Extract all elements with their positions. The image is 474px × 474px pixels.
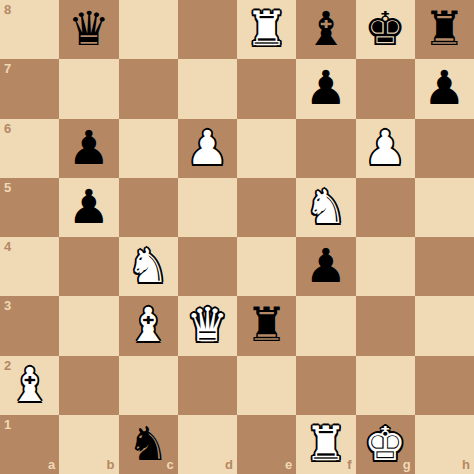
square-c6[interactable] — [119, 119, 178, 178]
square-h4[interactable] — [415, 237, 474, 296]
square-b3[interactable] — [59, 296, 118, 355]
square-a6[interactable]: 6 — [0, 119, 59, 178]
square-e1[interactable]: e — [237, 415, 296, 474]
square-g7[interactable] — [356, 59, 415, 118]
piece-black-pawn-f4[interactable]: ♟ — [305, 242, 347, 289]
square-a4[interactable]: 4 — [0, 237, 59, 296]
file-label-h: h — [462, 458, 470, 471]
square-d4[interactable] — [178, 237, 237, 296]
square-h8[interactable]: ♜ — [415, 0, 474, 59]
square-d7[interactable] — [178, 59, 237, 118]
square-f6[interactable] — [296, 119, 355, 178]
square-c2[interactable] — [119, 356, 178, 415]
square-b5[interactable]: ♟ — [59, 178, 118, 237]
rank-label-8: 8 — [4, 3, 11, 16]
piece-black-pawn-h7[interactable]: ♟ — [423, 64, 465, 111]
square-c3[interactable]: ♝ — [119, 296, 178, 355]
piece-white-rook-f1[interactable]: ♜ — [305, 420, 347, 467]
file-label-a: a — [48, 458, 55, 471]
square-h7[interactable]: ♟ — [415, 59, 474, 118]
piece-black-pawn-b6[interactable]: ♟ — [68, 124, 110, 171]
piece-white-bishop-c3[interactable]: ♝ — [127, 301, 169, 348]
square-f4[interactable]: ♟ — [296, 237, 355, 296]
square-b2[interactable] — [59, 356, 118, 415]
square-c5[interactable] — [119, 178, 178, 237]
rank-label-4: 4 — [4, 240, 11, 253]
square-g6[interactable]: ♟ — [356, 119, 415, 178]
square-a8[interactable]: 8 — [0, 0, 59, 59]
square-d5[interactable] — [178, 178, 237, 237]
piece-white-knight-f5[interactable]: ♞ — [305, 183, 347, 230]
square-g1[interactable]: g♚ — [356, 415, 415, 474]
piece-black-knight-c1[interactable]: ♞ — [127, 420, 169, 467]
piece-black-rook-e3[interactable]: ♜ — [246, 301, 288, 348]
square-f5[interactable]: ♞ — [296, 178, 355, 237]
square-b8[interactable]: ♛ — [59, 0, 118, 59]
piece-white-bishop-a2[interactable]: ♝ — [9, 361, 51, 408]
square-e6[interactable] — [237, 119, 296, 178]
square-c7[interactable] — [119, 59, 178, 118]
square-f1[interactable]: f♜ — [296, 415, 355, 474]
piece-white-knight-c4[interactable]: ♞ — [127, 242, 169, 289]
square-d3[interactable]: ♛ — [178, 296, 237, 355]
square-e7[interactable] — [237, 59, 296, 118]
square-c1[interactable]: c♞ — [119, 415, 178, 474]
square-f3[interactable] — [296, 296, 355, 355]
square-f8[interactable]: ♝ — [296, 0, 355, 59]
square-h3[interactable] — [415, 296, 474, 355]
square-h2[interactable] — [415, 356, 474, 415]
square-a2[interactable]: 2♝ — [0, 356, 59, 415]
square-e4[interactable] — [237, 237, 296, 296]
piece-white-pawn-g6[interactable]: ♟ — [364, 124, 406, 171]
square-h1[interactable]: h — [415, 415, 474, 474]
square-b1[interactable]: b — [59, 415, 118, 474]
piece-white-pawn-d6[interactable]: ♟ — [186, 124, 228, 171]
rank-label-1: 1 — [4, 418, 11, 431]
square-e8[interactable]: ♜ — [237, 0, 296, 59]
square-d8[interactable] — [178, 0, 237, 59]
square-c4[interactable]: ♞ — [119, 237, 178, 296]
piece-white-rook-e8[interactable]: ♜ — [246, 5, 288, 52]
rank-label-6: 6 — [4, 122, 11, 135]
square-g4[interactable] — [356, 237, 415, 296]
rank-label-7: 7 — [4, 62, 11, 75]
piece-white-queen-d3[interactable]: ♛ — [186, 301, 228, 348]
file-label-b: b — [107, 458, 115, 471]
square-d6[interactable]: ♟ — [178, 119, 237, 178]
rank-label-3: 3 — [4, 299, 11, 312]
file-label-e: e — [285, 458, 292, 471]
square-c8[interactable] — [119, 0, 178, 59]
file-label-f: f — [347, 458, 351, 471]
square-a3[interactable]: 3 — [0, 296, 59, 355]
square-d1[interactable]: d — [178, 415, 237, 474]
square-b4[interactable] — [59, 237, 118, 296]
square-f7[interactable]: ♟ — [296, 59, 355, 118]
chess-board: 8♛♜♝♚♜7♟♟6♟♟♟5♟♞4♞♟3♝♛♜2♝1abc♞def♜g♚h — [0, 0, 474, 474]
square-g2[interactable] — [356, 356, 415, 415]
piece-black-pawn-f7[interactable]: ♟ — [305, 64, 347, 111]
piece-black-king-g8[interactable]: ♚ — [364, 5, 406, 52]
square-a5[interactable]: 5 — [0, 178, 59, 237]
square-a7[interactable]: 7 — [0, 59, 59, 118]
square-b7[interactable] — [59, 59, 118, 118]
square-d2[interactable] — [178, 356, 237, 415]
square-f2[interactable] — [296, 356, 355, 415]
square-e5[interactable] — [237, 178, 296, 237]
square-a1[interactable]: 1a — [0, 415, 59, 474]
piece-black-rook-h8[interactable]: ♜ — [423, 5, 465, 52]
file-label-d: d — [225, 458, 233, 471]
rank-label-5: 5 — [4, 181, 11, 194]
square-g8[interactable]: ♚ — [356, 0, 415, 59]
piece-white-king-g1[interactable]: ♚ — [364, 420, 406, 467]
piece-black-queen-b8[interactable]: ♛ — [68, 5, 110, 52]
piece-black-bishop-f8[interactable]: ♝ — [305, 5, 347, 52]
square-g5[interactable] — [356, 178, 415, 237]
square-g3[interactable] — [356, 296, 415, 355]
piece-black-pawn-b5[interactable]: ♟ — [68, 183, 110, 230]
square-e3[interactable]: ♜ — [237, 296, 296, 355]
square-h5[interactable] — [415, 178, 474, 237]
square-h6[interactable] — [415, 119, 474, 178]
square-e2[interactable] — [237, 356, 296, 415]
square-b6[interactable]: ♟ — [59, 119, 118, 178]
